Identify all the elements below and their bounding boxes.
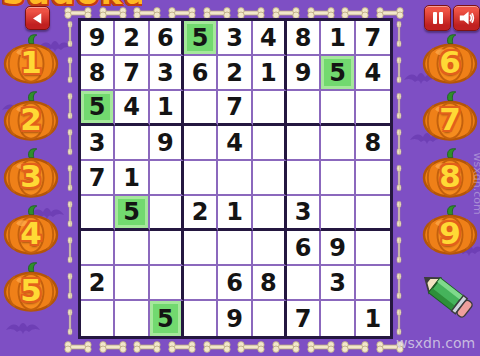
bone-icon bbox=[64, 126, 76, 162]
cell-r6c5[interactable]: 1 bbox=[218, 196, 252, 231]
pumpkin-button-6[interactable]: 6 bbox=[421, 33, 479, 85]
pause-button[interactable] bbox=[424, 5, 451, 31]
bone-icon bbox=[393, 126, 405, 162]
cell-r5c1[interactable]: 7 bbox=[81, 161, 115, 196]
pumpkin-number: 3 bbox=[2, 157, 60, 195]
pumpkin-number: 5 bbox=[2, 271, 60, 309]
cell-r4c7[interactable] bbox=[287, 126, 321, 161]
bone-icon bbox=[64, 198, 76, 234]
cell-r9c8[interactable] bbox=[321, 301, 355, 336]
cell-r4c2[interactable] bbox=[115, 126, 149, 161]
cell-r4c4[interactable] bbox=[184, 126, 218, 161]
cell-r8c7[interactable] bbox=[287, 266, 321, 301]
bone-icon bbox=[131, 338, 163, 356]
cell-r7c3[interactable] bbox=[150, 231, 184, 266]
bone-icon bbox=[235, 338, 267, 356]
pencil-notes-button[interactable] bbox=[418, 266, 476, 324]
cell-r1c5[interactable]: 3 bbox=[218, 21, 252, 56]
cell-r7c5[interactable] bbox=[218, 231, 252, 266]
cell-r7c7[interactable]: 6 bbox=[287, 231, 321, 266]
cell-r7c8[interactable]: 9 bbox=[321, 231, 355, 266]
bone-icon bbox=[393, 162, 405, 198]
bone-border-left bbox=[63, 18, 77, 340]
cell-r8c8[interactable]: 3 bbox=[321, 266, 355, 301]
bone-icon bbox=[64, 90, 76, 126]
cell-r6c6[interactable] bbox=[253, 196, 287, 231]
cell-r4c5[interactable]: 4 bbox=[218, 126, 252, 161]
cell-r5c3[interactable] bbox=[150, 161, 184, 196]
cell-r3c5[interactable]: 7 bbox=[218, 91, 252, 126]
cell-r9c3[interactable]: 5 bbox=[150, 301, 184, 336]
cell-r6c8[interactable] bbox=[321, 196, 355, 231]
cell-r3c8[interactable] bbox=[321, 91, 355, 126]
cell-r1c6[interactable]: 4 bbox=[253, 21, 287, 56]
pencil-icon bbox=[418, 266, 476, 324]
cell-r9c1[interactable] bbox=[81, 301, 115, 336]
watermark-right-edge: wsxdn.com bbox=[471, 153, 480, 225]
cell-r7c2[interactable] bbox=[115, 231, 149, 266]
bone-icon bbox=[166, 338, 198, 356]
bone-icon bbox=[393, 54, 405, 90]
cell-r8c2[interactable] bbox=[115, 266, 149, 301]
bone-icon bbox=[393, 198, 405, 234]
cell-r1c8[interactable]: 1 bbox=[321, 21, 355, 56]
cell-r4c1[interactable]: 3 bbox=[81, 126, 115, 161]
back-arrow-icon bbox=[30, 11, 45, 26]
pumpkin-button-5[interactable]: 5 bbox=[2, 261, 60, 313]
back-button[interactable] bbox=[25, 6, 50, 30]
pumpkin-button-3[interactable]: 3 bbox=[2, 147, 60, 199]
game-stage: Sudoku 926534817873621954541739487152136… bbox=[0, 0, 480, 356]
bat-icon bbox=[6, 320, 40, 339]
sudoku-board: 9265348178736219545417394871521369268359… bbox=[78, 18, 393, 339]
watermark: wsxdn.com bbox=[396, 335, 475, 351]
cell-r3c3[interactable]: 1 bbox=[150, 91, 184, 126]
cell-r9c6[interactable] bbox=[253, 301, 287, 336]
bone-icon bbox=[64, 18, 76, 54]
cell-r9c2[interactable] bbox=[115, 301, 149, 336]
cell-r7c6[interactable] bbox=[253, 231, 287, 266]
cell-r9c5[interactable]: 9 bbox=[218, 301, 252, 336]
cell-r3c2[interactable]: 4 bbox=[115, 91, 149, 126]
cell-r3c1[interactable]: 5 bbox=[81, 91, 115, 126]
cell-r1c9[interactable]: 7 bbox=[356, 21, 390, 56]
cell-r5c5[interactable] bbox=[218, 161, 252, 196]
cell-r5c9[interactable] bbox=[356, 161, 390, 196]
pause-icon bbox=[431, 11, 445, 25]
cell-r5c4[interactable] bbox=[184, 161, 218, 196]
cell-r4c3[interactable]: 9 bbox=[150, 126, 184, 161]
bone-icon bbox=[270, 338, 302, 356]
cell-r8c3[interactable] bbox=[150, 266, 184, 301]
cell-r3c9[interactable] bbox=[356, 91, 390, 126]
pumpkin-button-2[interactable]: 2 bbox=[2, 90, 60, 142]
bone-icon bbox=[64, 54, 76, 90]
bone-icon bbox=[339, 338, 371, 356]
cell-r8c5[interactable]: 6 bbox=[218, 266, 252, 301]
bone-icon bbox=[393, 234, 405, 270]
pumpkin-number: 2 bbox=[2, 100, 60, 138]
cell-r2c6[interactable]: 1 bbox=[253, 56, 287, 91]
cell-r5c7[interactable] bbox=[287, 161, 321, 196]
cell-r7c1[interactable] bbox=[81, 231, 115, 266]
bone-icon bbox=[393, 90, 405, 126]
pumpkin-button-4[interactable]: 4 bbox=[2, 204, 60, 256]
pumpkin-button-7[interactable]: 7 bbox=[421, 90, 479, 142]
cell-r6c3[interactable] bbox=[150, 196, 184, 231]
cell-r4c8[interactable] bbox=[321, 126, 355, 161]
cell-r1c4[interactable]: 5 bbox=[184, 21, 218, 56]
cell-r9c4[interactable] bbox=[184, 301, 218, 336]
cell-r8c4[interactable] bbox=[184, 266, 218, 301]
pumpkin-number: 4 bbox=[2, 214, 60, 252]
cell-r6c7[interactable]: 3 bbox=[287, 196, 321, 231]
cell-r2c9[interactable]: 4 bbox=[356, 56, 390, 91]
cell-r9c7[interactable]: 7 bbox=[287, 301, 321, 336]
bone-icon bbox=[97, 338, 129, 356]
bone-icon bbox=[393, 18, 405, 54]
bone-border-bottom bbox=[62, 341, 406, 353]
bone-border-right bbox=[392, 18, 406, 340]
cell-r2c1[interactable]: 8 bbox=[81, 56, 115, 91]
sound-button[interactable] bbox=[453, 5, 480, 31]
cell-r2c7[interactable]: 9 bbox=[287, 56, 321, 91]
pumpkin-number: 6 bbox=[421, 43, 479, 81]
cell-r6c4[interactable]: 2 bbox=[184, 196, 218, 231]
cell-r1c1[interactable]: 9 bbox=[81, 21, 115, 56]
cell-r8c9[interactable] bbox=[356, 266, 390, 301]
cell-r8c6[interactable]: 8 bbox=[253, 266, 287, 301]
cell-r7c4[interactable] bbox=[184, 231, 218, 266]
cell-r5c8[interactable] bbox=[321, 161, 355, 196]
bone-icon bbox=[393, 270, 405, 306]
bone-icon bbox=[305, 338, 337, 356]
pumpkin-button-1[interactable]: 1 bbox=[2, 33, 60, 85]
cell-r7c9[interactable] bbox=[356, 231, 390, 266]
cell-r3c7[interactable] bbox=[287, 91, 321, 126]
cell-r2c3[interactable]: 3 bbox=[150, 56, 184, 91]
pumpkin-number: 7 bbox=[421, 100, 479, 138]
cell-r1c2[interactable]: 2 bbox=[115, 21, 149, 56]
cell-r1c7[interactable]: 8 bbox=[287, 21, 321, 56]
cell-r6c9[interactable] bbox=[356, 196, 390, 231]
cell-r5c2[interactable]: 1 bbox=[115, 161, 149, 196]
cell-r2c8[interactable]: 5 bbox=[321, 56, 355, 91]
bone-icon bbox=[64, 270, 76, 306]
bone-icon bbox=[201, 338, 233, 356]
cell-r6c2[interactable]: 5 bbox=[115, 196, 149, 231]
speaker-icon bbox=[458, 10, 476, 26]
bone-icon bbox=[64, 234, 76, 270]
cell-r5c6[interactable] bbox=[253, 161, 287, 196]
cell-r2c4[interactable]: 6 bbox=[184, 56, 218, 91]
cell-r1c3[interactable]: 6 bbox=[150, 21, 184, 56]
cell-r4c9[interactable]: 8 bbox=[356, 126, 390, 161]
cell-r6c1[interactable] bbox=[81, 196, 115, 231]
cell-r8c1[interactable]: 2 bbox=[81, 266, 115, 301]
cell-r3c6[interactable] bbox=[253, 91, 287, 126]
cell-r3c4[interactable] bbox=[184, 91, 218, 126]
cell-r2c2[interactable]: 7 bbox=[115, 56, 149, 91]
cell-r9c9[interactable]: 1 bbox=[356, 301, 390, 336]
bone-icon bbox=[64, 306, 76, 342]
cell-r2c5[interactable]: 2 bbox=[218, 56, 252, 91]
pumpkin-number: 1 bbox=[2, 43, 60, 81]
bone-icon bbox=[64, 162, 76, 198]
cell-r4c6[interactable] bbox=[253, 126, 287, 161]
